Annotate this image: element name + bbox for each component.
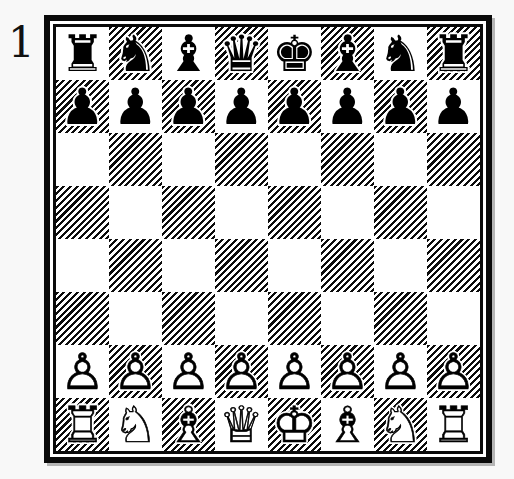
square-e7: ♟	[268, 80, 321, 133]
square-d3	[215, 292, 268, 345]
square-c5	[162, 186, 215, 239]
square-d4	[215, 239, 268, 292]
square-g2: ♟♙	[374, 345, 427, 398]
square-d8: ♛	[215, 27, 268, 80]
piece-white-pawn: ♙	[427, 345, 480, 398]
piece-black-rook: ♜	[427, 27, 480, 80]
piece-white-rook: ♖	[427, 398, 480, 451]
square-g3	[374, 292, 427, 345]
piece-black-pawn: ♟	[427, 80, 480, 133]
square-c3	[162, 292, 215, 345]
piece-white-knight: ♘	[374, 398, 427, 451]
square-b1: ♞♘	[109, 398, 162, 451]
square-f3	[321, 292, 374, 345]
square-g4	[374, 239, 427, 292]
piece-white-pawn: ♙	[321, 345, 374, 398]
piece-black-knight: ♞	[374, 27, 427, 80]
square-f1: ♝♗	[321, 398, 374, 451]
piece-black-rook: ♜	[56, 27, 109, 80]
square-g1: ♞♘	[374, 398, 427, 451]
piece-white-pawn: ♙	[162, 345, 215, 398]
square-d5	[215, 186, 268, 239]
square-b6	[109, 133, 162, 186]
piece-white-pawn: ♙	[109, 345, 162, 398]
square-d1: ♛♕	[215, 398, 268, 451]
square-f8: ♝	[321, 27, 374, 80]
piece-black-pawn: ♟	[321, 80, 374, 133]
square-b7: ♟	[109, 80, 162, 133]
piece-black-king: ♚	[268, 27, 321, 80]
square-a5	[56, 186, 109, 239]
square-b4	[109, 239, 162, 292]
square-c7: ♟	[162, 80, 215, 133]
square-f2: ♟♙	[321, 345, 374, 398]
square-b2: ♟♙	[109, 345, 162, 398]
chess-board: ♜♞♝♛♚♝♞♜♟♟♟♟♟♟♟♟♟♙♟♙♟♙♟♙♟♙♟♙♟♙♟♙♜♖♞♘♝♗♛♕…	[44, 15, 492, 463]
piece-black-pawn: ♟	[109, 80, 162, 133]
piece-white-bishop: ♗	[162, 398, 215, 451]
square-d6	[215, 133, 268, 186]
square-e8: ♚	[268, 27, 321, 80]
square-b8: ♞	[109, 27, 162, 80]
square-a1: ♜♖	[56, 398, 109, 451]
square-h7: ♟	[427, 80, 480, 133]
piece-white-king: ♔	[268, 398, 321, 451]
square-c8: ♝	[162, 27, 215, 80]
piece-white-rook: ♖	[56, 398, 109, 451]
square-a4	[56, 239, 109, 292]
square-a8: ♜	[56, 27, 109, 80]
square-h6	[427, 133, 480, 186]
square-a6	[56, 133, 109, 186]
piece-white-pawn: ♙	[374, 345, 427, 398]
square-e6	[268, 133, 321, 186]
square-f7: ♟	[321, 80, 374, 133]
square-c1: ♝♗	[162, 398, 215, 451]
piece-white-pawn: ♙	[268, 345, 321, 398]
square-h5	[427, 186, 480, 239]
piece-black-pawn: ♟	[268, 80, 321, 133]
square-e5	[268, 186, 321, 239]
diagram-number: 1	[8, 22, 35, 64]
square-g5	[374, 186, 427, 239]
square-b5	[109, 186, 162, 239]
square-d7: ♟	[215, 80, 268, 133]
square-h3	[427, 292, 480, 345]
square-e1: ♚♔	[268, 398, 321, 451]
piece-white-pawn: ♙	[56, 345, 109, 398]
square-h1: ♜♖	[427, 398, 480, 451]
square-e4	[268, 239, 321, 292]
square-g6	[374, 133, 427, 186]
board-inner-border: ♜♞♝♛♚♝♞♜♟♟♟♟♟♟♟♟♟♙♟♙♟♙♟♙♟♙♟♙♟♙♟♙♜♖♞♘♝♗♛♕…	[53, 24, 483, 454]
square-a7: ♟	[56, 80, 109, 133]
square-c2: ♟♙	[162, 345, 215, 398]
square-c4	[162, 239, 215, 292]
piece-black-pawn: ♟	[374, 80, 427, 133]
square-f6	[321, 133, 374, 186]
piece-black-queen: ♛	[215, 27, 268, 80]
piece-white-pawn: ♙	[215, 345, 268, 398]
square-d2: ♟♙	[215, 345, 268, 398]
square-e2: ♟♙	[268, 345, 321, 398]
board-grid: ♜♞♝♛♚♝♞♜♟♟♟♟♟♟♟♟♟♙♟♙♟♙♟♙♟♙♟♙♟♙♟♙♜♖♞♘♝♗♛♕…	[56, 27, 480, 451]
square-f5	[321, 186, 374, 239]
piece-white-knight: ♘	[109, 398, 162, 451]
square-f4	[321, 239, 374, 292]
piece-black-pawn: ♟	[56, 80, 109, 133]
square-a3	[56, 292, 109, 345]
piece-black-pawn: ♟	[162, 80, 215, 133]
square-g8: ♞	[374, 27, 427, 80]
piece-black-pawn: ♟	[215, 80, 268, 133]
piece-white-bishop: ♗	[321, 398, 374, 451]
square-g7: ♟	[374, 80, 427, 133]
square-h2: ♟♙	[427, 345, 480, 398]
square-h8: ♜	[427, 27, 480, 80]
piece-black-knight: ♞	[109, 27, 162, 80]
piece-black-bishop: ♝	[162, 27, 215, 80]
square-h4	[427, 239, 480, 292]
piece-white-queen: ♕	[215, 398, 268, 451]
piece-black-bishop: ♝	[321, 27, 374, 80]
square-b3	[109, 292, 162, 345]
square-e3	[268, 292, 321, 345]
square-c6	[162, 133, 215, 186]
square-a2: ♟♙	[56, 345, 109, 398]
